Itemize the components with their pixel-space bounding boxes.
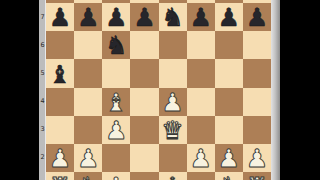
black-pawn-icon: ♟ <box>102 3 130 31</box>
square-e7[interactable]: ♞ <box>159 3 187 31</box>
square-e3[interactable]: ♛ <box>159 116 187 144</box>
square-f2[interactable]: ♟ <box>187 144 215 172</box>
black-knight-icon: ♞ <box>159 3 187 31</box>
square-c5[interactable] <box>102 59 130 87</box>
rank-label-7: 7 <box>39 3 46 31</box>
white-king-icon: ♚ <box>159 172 187 180</box>
square-f6[interactable] <box>187 31 215 59</box>
rank-label-2: 2 <box>39 143 46 171</box>
white-pawn-icon: ♟ <box>243 144 271 172</box>
square-h5[interactable] <box>243 59 271 87</box>
square-d1[interactable] <box>130 172 158 180</box>
square-e4[interactable]: ♟ <box>159 88 187 116</box>
square-a5[interactable]: ♝ <box>46 59 74 87</box>
black-pawn-icon: ♟ <box>130 3 158 31</box>
square-a1[interactable]: ♜ <box>46 172 74 180</box>
square-a4[interactable] <box>46 88 74 116</box>
square-c2[interactable] <box>102 144 130 172</box>
black-pawn-icon: ♟ <box>215 3 243 31</box>
white-knight-icon: ♞ <box>74 172 102 180</box>
square-f3[interactable] <box>187 116 215 144</box>
square-b7[interactable]: ♟ <box>74 3 102 31</box>
square-g3[interactable] <box>215 116 243 144</box>
rank-label-6: 6 <box>39 31 46 59</box>
square-d5[interactable] <box>130 59 158 87</box>
rank-label-4: 4 <box>39 87 46 115</box>
white-pawn-icon: ♟ <box>215 144 243 172</box>
square-f5[interactable] <box>187 59 215 87</box>
white-pawn-icon: ♟ <box>46 144 74 172</box>
square-c1[interactable]: ♝ <box>102 172 130 180</box>
rank-label-5: 5 <box>39 59 46 87</box>
square-b3[interactable] <box>74 116 102 144</box>
square-d4[interactable] <box>130 88 158 116</box>
square-b2[interactable]: ♟ <box>74 144 102 172</box>
square-e6[interactable] <box>159 31 187 59</box>
square-c4[interactable]: ♝ <box>102 88 130 116</box>
square-h6[interactable] <box>243 31 271 59</box>
white-queen-icon: ♛ <box>159 116 187 144</box>
square-d6[interactable] <box>130 31 158 59</box>
white-rook-icon: ♜ <box>46 172 74 180</box>
square-c7[interactable]: ♟ <box>102 3 130 31</box>
square-g5[interactable] <box>215 59 243 87</box>
white-bishop-icon: ♝ <box>102 172 130 180</box>
square-h3[interactable] <box>243 116 271 144</box>
white-rook-icon: ♜ <box>243 172 271 180</box>
square-g1[interactable]: ♞ <box>215 172 243 180</box>
square-e5[interactable] <box>159 59 187 87</box>
chess-board[interactable]: ♜♝♛♚♜♟♟♟♟♞♟♟♟♞♝♝♟♟♛♟♟♟♟♟♜♞♝♚♞♜ <box>46 0 271 180</box>
black-bishop-icon: ♝ <box>46 59 74 87</box>
square-a3[interactable] <box>46 116 74 144</box>
square-b5[interactable] <box>74 59 102 87</box>
app-window: 7 6 5 4 3 2 ♜♝♛♚♜♟♟♟♟♞♟♟♟♞♝♝♟♟♛♟♟♟♟♟♜♞♝♚… <box>0 0 320 180</box>
white-knight-icon: ♞ <box>215 172 243 180</box>
black-pawn-icon: ♟ <box>74 3 102 31</box>
white-pawn-icon: ♟ <box>102 116 130 144</box>
square-a6[interactable] <box>46 31 74 59</box>
square-h1[interactable]: ♜ <box>243 172 271 180</box>
square-a2[interactable]: ♟ <box>46 144 74 172</box>
square-e1[interactable]: ♚ <box>159 172 187 180</box>
square-f1[interactable] <box>187 172 215 180</box>
black-pawn-icon: ♟ <box>46 3 74 31</box>
square-g7[interactable]: ♟ <box>215 3 243 31</box>
square-c6[interactable]: ♞ <box>102 31 130 59</box>
square-e2[interactable] <box>159 144 187 172</box>
white-pawn-icon: ♟ <box>187 144 215 172</box>
square-b1[interactable]: ♞ <box>74 172 102 180</box>
white-pawn-icon: ♟ <box>159 88 187 116</box>
square-f4[interactable] <box>187 88 215 116</box>
black-knight-icon: ♞ <box>102 31 130 59</box>
white-pawn-icon: ♟ <box>74 144 102 172</box>
square-g4[interactable] <box>215 88 243 116</box>
white-bishop-icon: ♝ <box>102 88 130 116</box>
square-a7[interactable]: ♟ <box>46 3 74 31</box>
black-pawn-icon: ♟ <box>187 3 215 31</box>
square-d7[interactable]: ♟ <box>130 3 158 31</box>
square-d3[interactable] <box>130 116 158 144</box>
square-h4[interactable] <box>243 88 271 116</box>
square-f7[interactable]: ♟ <box>187 3 215 31</box>
square-b4[interactable] <box>74 88 102 116</box>
square-h7[interactable]: ♟ <box>243 3 271 31</box>
rank-label-3: 3 <box>39 115 46 143</box>
board-edge-divider-bar <box>271 0 280 180</box>
black-pawn-icon: ♟ <box>243 3 271 31</box>
square-c3[interactable]: ♟ <box>102 116 130 144</box>
square-d2[interactable] <box>130 144 158 172</box>
square-g2[interactable]: ♟ <box>215 144 243 172</box>
square-h2[interactable]: ♟ <box>243 144 271 172</box>
square-g6[interactable] <box>215 31 243 59</box>
square-b6[interactable] <box>74 31 102 59</box>
